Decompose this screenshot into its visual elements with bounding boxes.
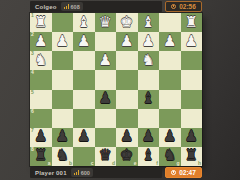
top-player-name: Colgeo <box>35 4 57 10</box>
square-c7[interactable]: ♟ <box>73 128 95 147</box>
square-a6[interactable]: 6 <box>30 109 52 128</box>
white-knight[interactable]: ♞ <box>34 53 47 68</box>
bottom-player-rating: 600 <box>81 170 90 176</box>
square-a4[interactable]: 4 <box>30 70 52 89</box>
black-rook[interactable]: ♜ <box>185 148 198 163</box>
white-pawn[interactable]: ♟ <box>163 34 176 49</box>
chess-app-screen: Colgeo 608 02:56 1♜♝♛♚♝♜2♟♟♟♟♟♟♟3♞♟♞45♟♝… <box>0 0 240 180</box>
square-a8[interactable]: 8a♜ <box>30 147 52 166</box>
square-d8[interactable]: d♛ <box>95 147 117 166</box>
black-pawn[interactable]: ♟ <box>142 129 155 144</box>
square-h3[interactable] <box>181 51 203 70</box>
square-e3[interactable] <box>116 51 138 70</box>
square-c4[interactable] <box>73 70 95 89</box>
white-pawn[interactable]: ♟ <box>120 34 133 49</box>
square-b5[interactable] <box>52 90 74 109</box>
white-pawn[interactable]: ♟ <box>99 53 112 68</box>
black-queen[interactable]: ♛ <box>99 148 112 163</box>
bottom-player-plate: Player 001 600 <box>30 167 162 178</box>
rank-label-5: 5 <box>31 90 34 95</box>
square-h1[interactable]: ♜ <box>181 13 203 32</box>
bottom-player-clock: 02:47 <box>165 167 202 178</box>
white-king[interactable]: ♚ <box>120 15 133 30</box>
rank-label-1: 1 <box>31 13 34 18</box>
square-e4[interactable] <box>116 70 138 89</box>
rating-bars-icon <box>64 4 69 9</box>
top-player-rating-badge: 608 <box>61 2 83 11</box>
square-d4[interactable] <box>95 70 117 89</box>
file-label-f: f <box>156 161 158 166</box>
square-g5[interactable] <box>159 90 181 109</box>
clock-icon <box>171 170 176 175</box>
square-e2[interactable]: ♟ <box>116 32 138 51</box>
square-a3[interactable]: 3♞ <box>30 51 52 70</box>
rank-label-8: 8 <box>31 147 34 152</box>
square-h4[interactable] <box>181 70 203 89</box>
bottom-player-name: Player 001 <box>35 170 67 176</box>
black-knight[interactable]: ♞ <box>163 148 176 163</box>
square-e7[interactable]: ♟ <box>116 128 138 147</box>
square-f2[interactable]: ♟ <box>138 32 160 51</box>
white-bishop[interactable]: ♝ <box>142 15 155 30</box>
file-label-a: a <box>48 161 51 166</box>
square-g1[interactable] <box>159 13 181 32</box>
white-pawn[interactable]: ♟ <box>185 34 198 49</box>
square-h2[interactable]: ♟ <box>181 32 203 51</box>
black-bishop[interactable]: ♝ <box>142 148 155 163</box>
square-a7[interactable]: 7♟ <box>30 128 52 147</box>
square-h6[interactable] <box>181 109 203 128</box>
rank-label-3: 3 <box>31 51 34 56</box>
square-g4[interactable] <box>159 70 181 89</box>
black-king[interactable]: ♚ <box>120 148 133 163</box>
black-pawn[interactable]: ♟ <box>77 129 90 144</box>
square-f8[interactable]: f♝ <box>138 147 160 166</box>
square-b2[interactable]: ♟ <box>52 32 74 51</box>
square-f7[interactable]: ♟ <box>138 128 160 147</box>
black-pawn[interactable]: ♟ <box>163 129 176 144</box>
bottom-player-time: 02:47 <box>179 169 196 176</box>
white-bishop[interactable]: ♝ <box>77 15 90 30</box>
square-f3[interactable]: ♞ <box>138 51 160 70</box>
square-g3[interactable] <box>159 51 181 70</box>
black-pawn[interactable]: ♟ <box>56 129 69 144</box>
top-player-plate: Colgeo 608 <box>30 1 162 12</box>
bottom-player-bar: Player 001 600 02:47 <box>30 167 202 178</box>
white-pawn[interactable]: ♟ <box>56 34 69 49</box>
square-c1[interactable]: ♝ <box>73 13 95 32</box>
black-rook[interactable]: ♜ <box>34 148 47 163</box>
square-b1[interactable] <box>52 13 74 32</box>
square-g2[interactable]: ♟ <box>159 32 181 51</box>
square-d2[interactable] <box>95 32 117 51</box>
file-label-b: b <box>69 161 72 166</box>
rating-bars-icon <box>74 170 79 175</box>
white-queen[interactable]: ♛ <box>99 15 112 30</box>
square-c3[interactable] <box>73 51 95 70</box>
white-pawn[interactable]: ♟ <box>34 34 47 49</box>
white-rook[interactable]: ♜ <box>185 15 198 30</box>
file-label-d: d <box>112 161 115 166</box>
square-f1[interactable]: ♝ <box>138 13 160 32</box>
rank-label-4: 4 <box>31 70 34 75</box>
square-h5[interactable] <box>181 90 203 109</box>
square-f4[interactable] <box>138 70 160 89</box>
file-label-h: h <box>198 161 201 166</box>
square-a2[interactable]: 2♟ <box>30 32 52 51</box>
black-pawn[interactable]: ♟ <box>185 129 198 144</box>
square-g8[interactable]: g♞ <box>159 147 181 166</box>
square-c6[interactable] <box>73 109 95 128</box>
square-g6[interactable] <box>159 109 181 128</box>
square-d3[interactable]: ♟ <box>95 51 117 70</box>
black-pawn[interactable]: ♟ <box>99 91 112 106</box>
white-knight[interactable]: ♞ <box>142 53 155 68</box>
square-e6[interactable] <box>116 109 138 128</box>
top-player-clock: 02:56 <box>165 1 202 12</box>
black-knight[interactable]: ♞ <box>56 148 69 163</box>
square-h7[interactable]: ♟ <box>181 128 203 147</box>
square-f6[interactable] <box>138 109 160 128</box>
square-h8[interactable]: h♜ <box>181 147 203 166</box>
square-b7[interactable]: ♟ <box>52 128 74 147</box>
rank-label-7: 7 <box>31 128 34 133</box>
black-bishop[interactable]: ♝ <box>142 91 155 106</box>
square-d1[interactable]: ♛ <box>95 13 117 32</box>
white-rook[interactable]: ♜ <box>34 15 47 30</box>
board: 1♜♝♛♚♝♜2♟♟♟♟♟♟♟3♞♟♞45♟♝67♟♟♟♟♟♟♟8a♜b♞cd♛… <box>30 13 202 166</box>
top-player-time: 02:56 <box>179 3 196 10</box>
square-b8[interactable]: b♞ <box>52 147 74 166</box>
square-d5[interactable]: ♟ <box>95 90 117 109</box>
black-pawn[interactable]: ♟ <box>120 129 133 144</box>
white-pawn[interactable]: ♟ <box>77 34 90 49</box>
square-a5[interactable]: 5 <box>30 90 52 109</box>
file-label-g: g <box>176 161 179 166</box>
square-c2[interactable]: ♟ <box>73 32 95 51</box>
rank-label-2: 2 <box>31 32 34 37</box>
top-player-bar: Colgeo 608 02:56 <box>30 1 202 12</box>
square-a1[interactable]: 1♜ <box>30 13 52 32</box>
square-e5[interactable] <box>116 90 138 109</box>
square-e1[interactable]: ♚ <box>116 13 138 32</box>
rank-label-6: 6 <box>31 109 34 114</box>
square-c8[interactable]: c <box>73 147 95 166</box>
square-b6[interactable] <box>52 109 74 128</box>
bottom-player-rating-badge: 600 <box>71 168 93 177</box>
top-player-rating: 608 <box>71 4 80 10</box>
square-b4[interactable] <box>52 70 74 89</box>
clock-icon <box>171 4 176 9</box>
square-b3[interactable] <box>52 51 74 70</box>
square-e8[interactable]: e♚ <box>116 147 138 166</box>
file-label-c: c <box>91 161 94 166</box>
black-pawn[interactable]: ♟ <box>34 129 47 144</box>
square-f5[interactable]: ♝ <box>138 90 160 109</box>
square-d6[interactable] <box>95 109 117 128</box>
white-pawn[interactable]: ♟ <box>142 34 155 49</box>
file-label-e: e <box>134 161 137 166</box>
square-d7[interactable] <box>95 128 117 147</box>
square-g7[interactable]: ♟ <box>159 128 181 147</box>
square-c5[interactable] <box>73 90 95 109</box>
